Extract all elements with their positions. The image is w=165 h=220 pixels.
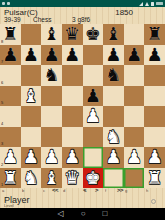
white-king: ♚	[85, 168, 101, 188]
home-icon[interactable]: ○	[81, 210, 86, 218]
white-pawn: ♟	[147, 147, 163, 167]
file-label-b: b	[22, 188, 24, 193]
white-knight: ♞	[105, 127, 121, 147]
square-f4[interactable]	[103, 106, 124, 127]
file-label-a: a	[2, 188, 4, 193]
square-d4[interactable]	[62, 106, 83, 127]
square-c3[interactable]	[41, 127, 62, 148]
white-pawn: ♟	[43, 147, 59, 167]
square-a1[interactable]: ♜	[0, 168, 21, 189]
variant-label: Chess	[33, 16, 51, 23]
next-move-button[interactable]: >	[95, 187, 98, 193]
square-a7[interactable]: ♟	[0, 45, 21, 66]
square-a2[interactable]: ♟	[0, 147, 21, 168]
square-f6[interactable]: ♞	[103, 65, 124, 86]
square-c1[interactable]: ♝	[41, 168, 62, 189]
black-pawn: ♟	[105, 45, 121, 65]
square-e8[interactable]: ♚	[83, 24, 104, 45]
board-area: ♜♝♛♚♝♜♟♟♟♟♟♟♟♞♞♝♟♟♞♟♟♟♟♟♟♟♜♞♝♛♚♜ 8765432…	[0, 24, 165, 188]
white-rook: ♜	[147, 168, 163, 188]
black-bishop: ♝	[105, 24, 121, 44]
file-label-e: e	[84, 188, 86, 193]
notification-icon	[2, 2, 5, 5]
white-pawn: ♟	[85, 106, 101, 126]
square-d3[interactable]	[62, 127, 83, 148]
black-pawn: ♟	[2, 45, 18, 65]
player-caption: Level	[4, 203, 14, 208]
square-g3[interactable]	[124, 127, 145, 148]
square-f5[interactable]	[103, 86, 124, 107]
square-h3[interactable]	[144, 127, 165, 148]
last-move-label: 3 g8f6	[72, 16, 90, 23]
square-h6[interactable]	[144, 65, 165, 86]
white-pawn: ♟	[64, 147, 80, 167]
square-e2[interactable]	[83, 147, 104, 168]
square-c8[interactable]: ♝	[41, 24, 62, 45]
file-label-d: d	[63, 188, 65, 193]
square-b7[interactable]: ♟	[21, 45, 42, 66]
square-g7[interactable]: ♟	[124, 45, 145, 66]
square-e6[interactable]	[83, 65, 104, 86]
square-h2[interactable]: ♟	[144, 147, 165, 168]
white-rook: ♜	[2, 168, 18, 188]
square-b3[interactable]	[21, 127, 42, 148]
square-c6[interactable]: ♞	[41, 65, 62, 86]
black-rook: ♜	[2, 24, 18, 44]
recents-icon[interactable]: □	[103, 210, 108, 218]
white-bishop: ♝	[23, 86, 39, 106]
square-g1[interactable]	[124, 168, 145, 189]
square-b4[interactable]	[21, 106, 42, 127]
black-pawn: ♟	[85, 86, 101, 106]
white-pawn: ♟	[126, 147, 142, 167]
clock-icon	[156, 2, 163, 5]
square-d7[interactable]: ♟	[62, 45, 83, 66]
status-dot-icon	[151, 199, 156, 204]
square-f2[interactable]: ♟	[103, 147, 124, 168]
black-pawn: ♟	[43, 45, 59, 65]
black-pawn: ♟	[64, 45, 80, 65]
game-clock: 39-39	[4, 16, 21, 23]
square-h7[interactable]: ♟	[144, 45, 165, 66]
game-status-line: 39-39 Chess 3 g8f6	[0, 17, 165, 24]
square-c4[interactable]	[41, 106, 62, 127]
square-f1[interactable]	[103, 168, 124, 189]
square-f7[interactable]: ♟	[103, 45, 124, 66]
square-h5[interactable]	[144, 86, 165, 107]
square-c2[interactable]: ♟	[41, 147, 62, 168]
square-b2[interactable]: ♟	[21, 147, 42, 168]
file-label-c: c	[43, 188, 45, 193]
black-rook: ♜	[147, 24, 163, 44]
opponent-rating: 1850	[115, 8, 133, 17]
square-a8[interactable]: ♜	[0, 24, 21, 45]
battery-icon	[151, 2, 154, 6]
file-label-f: f	[105, 188, 106, 193]
black-pawn: ♟	[23, 45, 39, 65]
android-nav-bar: ◁ ○ □	[0, 208, 165, 220]
square-d5[interactable]	[62, 86, 83, 107]
black-knight: ♞	[43, 65, 59, 85]
android-status-bar	[0, 0, 165, 7]
square-f3[interactable]: ♞	[103, 127, 124, 148]
square-d1[interactable]: ♛	[62, 168, 83, 189]
square-e3[interactable]	[83, 127, 104, 148]
black-queen: ♛	[64, 24, 80, 44]
square-h8[interactable]: ♜	[144, 24, 165, 45]
square-b5[interactable]: ♝	[21, 86, 42, 107]
square-b8[interactable]	[21, 24, 42, 45]
square-a6[interactable]	[0, 65, 21, 86]
square-d8[interactable]: ♛	[62, 24, 83, 45]
notification-icon	[7, 2, 10, 5]
square-c7[interactable]: ♟	[41, 45, 62, 66]
white-pawn: ♟	[23, 147, 39, 167]
square-h1[interactable]: ♜	[144, 168, 165, 189]
black-bishop: ♝	[43, 24, 59, 44]
black-knight: ♞	[105, 65, 121, 85]
first-move-button[interactable]: <<	[52, 187, 58, 193]
square-a3[interactable]	[0, 127, 21, 148]
back-icon[interactable]: ◁	[58, 210, 64, 218]
black-pawn: ♟	[147, 45, 163, 65]
player-footer: Player Level	[0, 194, 165, 208]
white-queen: ♛	[64, 168, 80, 188]
white-knight: ♞	[23, 168, 39, 188]
wifi-icon	[145, 2, 149, 6]
square-b6[interactable]	[21, 65, 42, 86]
square-e1[interactable]: ♚	[83, 168, 104, 189]
square-e4[interactable]: ♟	[83, 106, 104, 127]
square-b1[interactable]: ♞	[21, 168, 42, 189]
white-pawn: ♟	[105, 147, 121, 167]
square-g4[interactable]	[124, 106, 145, 127]
app-screen: Pulsar(C) 1850 39-39 Chess 3 g8f6 ♜♝♛♚♝♜…	[0, 0, 165, 220]
square-d6[interactable]	[62, 65, 83, 86]
last-move-button[interactable]: >>	[117, 187, 123, 193]
black-pawn: ♟	[126, 45, 142, 65]
signal-icon	[139, 2, 143, 6]
white-pawn: ♟	[2, 147, 18, 167]
square-a5[interactable]	[0, 86, 21, 107]
square-h4[interactable]	[144, 106, 165, 127]
square-g5[interactable]	[124, 86, 145, 107]
square-e7[interactable]	[83, 45, 104, 66]
white-bishop: ♝	[43, 168, 59, 188]
black-king: ♚	[85, 24, 101, 44]
file-label-g: g	[125, 188, 127, 193]
square-g2[interactable]: ♟	[124, 147, 145, 168]
square-g6[interactable]	[124, 65, 145, 86]
square-d2[interactable]: ♟	[62, 147, 83, 168]
square-e5[interactable]: ♟	[83, 86, 104, 107]
square-g8[interactable]	[124, 24, 145, 45]
board: ♜♝♛♚♝♜♟♟♟♟♟♟♟♞♞♝♟♟♞♟♟♟♟♟♟♟♜♞♝♛♚♜	[0, 24, 165, 188]
square-f8[interactable]: ♝	[103, 24, 124, 45]
square-c5[interactable]	[41, 86, 62, 107]
square-a4[interactable]	[0, 106, 21, 127]
file-label-h: h	[146, 188, 148, 193]
